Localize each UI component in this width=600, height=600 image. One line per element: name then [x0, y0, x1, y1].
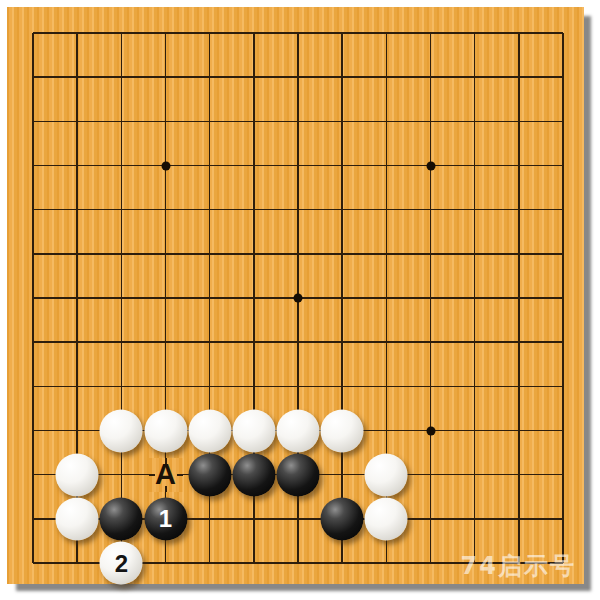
- grid-dash: [177, 474, 183, 476]
- black-stone[interactable]: 1: [144, 497, 187, 540]
- star-point: [294, 294, 303, 303]
- grid-line-vertical: [518, 33, 520, 563]
- black-stone[interactable]: [100, 497, 143, 540]
- grid-line-horizontal: [33, 386, 563, 388]
- go-board[interactable]: 12A 74启示号: [7, 7, 584, 584]
- grid-line-vertical: [562, 33, 564, 563]
- grid-dash: [165, 458, 167, 464]
- white-stone[interactable]: [144, 409, 187, 452]
- white-stone[interactable]: [188, 409, 231, 452]
- grid-line-vertical: [430, 33, 432, 563]
- move-number: 2: [115, 551, 128, 575]
- grid-dash: [149, 474, 155, 476]
- board-grid: 12A: [33, 33, 563, 563]
- label-patch[interactable]: A: [149, 458, 183, 492]
- white-stone[interactable]: [100, 409, 143, 452]
- grid-line-vertical: [341, 33, 343, 563]
- black-stone[interactable]: [232, 453, 275, 496]
- star-point: [426, 161, 435, 170]
- black-stone[interactable]: [188, 453, 231, 496]
- grid-dash: [165, 486, 167, 492]
- white-stone[interactable]: [56, 453, 99, 496]
- black-stone[interactable]: [277, 453, 320, 496]
- white-stone[interactable]: [321, 409, 364, 452]
- move-number: 1: [159, 507, 172, 531]
- star-point: [161, 161, 170, 170]
- black-stone[interactable]: [321, 497, 364, 540]
- white-stone[interactable]: [56, 497, 99, 540]
- white-stone[interactable]: [365, 453, 408, 496]
- white-stone[interactable]: [365, 497, 408, 540]
- star-point: [426, 426, 435, 435]
- white-stone[interactable]: [277, 409, 320, 452]
- white-stone[interactable]: [232, 409, 275, 452]
- grid-line-vertical: [474, 33, 476, 563]
- grid-line-horizontal: [33, 341, 563, 343]
- white-stone[interactable]: 2: [100, 542, 143, 585]
